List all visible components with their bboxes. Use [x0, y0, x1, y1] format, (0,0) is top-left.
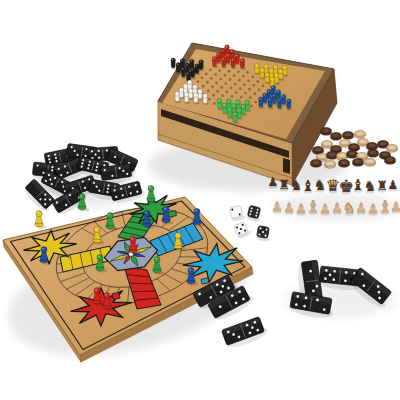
checkers-disc-dark [338, 159, 349, 167]
die-white [229, 205, 246, 222]
checkers-disc-light [336, 152, 347, 160]
chess-row-dark: ♟♜♞♝♞♛♚♝♞♜♟ [268, 175, 399, 196]
chess-piece-dark-b: ♝ [351, 176, 364, 194]
chess-piece-light-p: ♟ [319, 201, 331, 216]
checkers-disc-dark [342, 131, 353, 139]
chess-piece-dark-p: ♟ [268, 175, 279, 189]
chess-piece-dark-r: ♜ [278, 177, 290, 192]
chess-piece-dark-n: ♞ [314, 177, 327, 193]
checkers-disc-light [364, 158, 375, 166]
checkers-disc-dark [330, 132, 341, 140]
die-black [246, 205, 263, 222]
die-white [233, 221, 252, 240]
checkers-disc-light [386, 144, 397, 152]
game-set-illustration: ♟♜♞♝♞♛♚♝♞♜♟♟♟♟♝♟♟♞♟♟♝♟ [0, 0, 400, 400]
checkers-disc-light [354, 130, 365, 138]
checkers-disc-dark [384, 156, 395, 164]
chess-piece-light-n: ♞ [342, 199, 355, 217]
chess-piece-light-p: ♟ [331, 200, 343, 215]
chess-piece-dark-b: ♝ [301, 177, 314, 195]
checkers-disc-dark [367, 149, 378, 157]
dice [229, 205, 272, 242]
chess-piece-light-p: ♟ [271, 199, 283, 214]
product-photo-game-set: 7-in-1 wooden combo board game set: Chin… [0, 0, 400, 400]
chess-piece-dark-n: ♞ [364, 178, 377, 194]
chess-piece-light-p: ♟ [283, 200, 295, 215]
chess-piece-dark-p: ♟ [388, 178, 399, 192]
checkers-disc-dark [310, 159, 321, 167]
chess-piece-light-b: ♝ [306, 197, 320, 216]
domino [221, 315, 270, 350]
drawer-notch [283, 158, 290, 174]
ludo-pawn-yellow [35, 211, 47, 229]
ludo-accent-cell [112, 292, 120, 299]
ludo-accent-cell [201, 278, 209, 284]
chess-piece-dark-r: ♜ [376, 178, 388, 193]
die-black [256, 226, 272, 243]
checkers-disc-dark [320, 127, 331, 135]
checkers-disc-light [324, 160, 335, 168]
checkers-disc-dark [352, 158, 363, 166]
chess-piece-light-p: ♟ [390, 199, 400, 214]
chess-piece-light-p: ♟ [355, 200, 367, 215]
checkers-disc-dark [346, 150, 357, 158]
checkers-disc-dark [326, 151, 337, 159]
chess-row-light: ♟♟♟♝♟♟♞♟♟♝♟ [271, 197, 400, 217]
ludo-pawn-green [147, 186, 159, 204]
